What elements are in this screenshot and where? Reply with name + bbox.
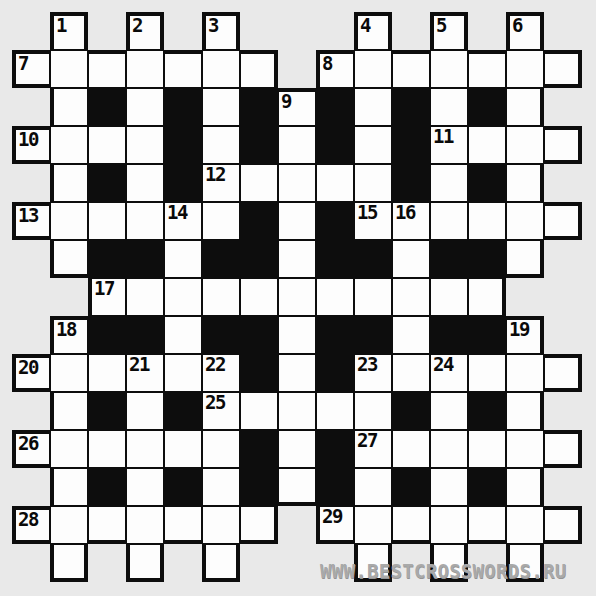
cell-r10-c1[interactable] — [50, 392, 88, 430]
cell-r11-c13[interactable] — [506, 430, 544, 468]
cell-r8-c1[interactable]: 18 — [50, 316, 88, 354]
cell-r11-c5[interactable] — [202, 430, 240, 468]
cell-r2-c10-black — [392, 88, 430, 126]
cell-r1-c0[interactable]: 7 — [12, 50, 50, 88]
cell-r13-c8[interactable]: 29 — [316, 506, 354, 544]
cell-r5-c6-black — [240, 202, 278, 240]
cell-r11-c9[interactable]: 27 — [354, 430, 392, 468]
cell-r11-c8-black — [316, 430, 354, 468]
cell-r1-c13[interactable] — [506, 50, 544, 88]
cell-r2-c9[interactable] — [354, 88, 392, 126]
cell-r9-c9[interactable]: 23 — [354, 354, 392, 392]
cell-r9-c4[interactable] — [164, 354, 202, 392]
cell-r5-c4[interactable]: 14 — [164, 202, 202, 240]
cell-r10-c6[interactable] — [240, 392, 278, 430]
cell-r5-c14[interactable] — [544, 202, 582, 240]
cell-r13-c10[interactable] — [392, 506, 430, 544]
cell-r4-c5[interactable]: 12 — [202, 164, 240, 202]
cell-r6-c3-black — [126, 240, 164, 278]
cell-r12-c11[interactable] — [430, 468, 468, 506]
cell-r0-c1[interactable]: 1 — [50, 12, 88, 50]
cell-r5-c8-black — [316, 202, 354, 240]
cell-r10-c9[interactable] — [354, 392, 392, 430]
cell-r13-c11[interactable] — [430, 506, 468, 544]
cell-r6-c5-black — [202, 240, 240, 278]
cell-r2-c6-black — [240, 88, 278, 126]
cell-r13-c1[interactable] — [50, 506, 88, 544]
cell-r3-c12[interactable] — [468, 126, 506, 164]
cell-r7-c2[interactable]: 17 — [88, 278, 126, 316]
cell-r12-c5[interactable] — [202, 468, 240, 506]
cell-r10-c4-black — [164, 392, 202, 430]
clue-number-19: 19 — [509, 321, 529, 338]
cell-r13-c3[interactable] — [126, 506, 164, 544]
cell-r3-c0[interactable]: 10 — [12, 126, 50, 164]
cell-r13-c4[interactable] — [164, 506, 202, 544]
cell-r10-c13[interactable] — [506, 392, 544, 430]
cell-r10-c3[interactable] — [126, 392, 164, 430]
cell-r11-c0[interactable]: 26 — [12, 430, 50, 468]
cell-r5-c7[interactable] — [278, 202, 316, 240]
cell-r12-c4-black — [164, 468, 202, 506]
cell-r5-c13[interactable] — [506, 202, 544, 240]
cell-r10-c2-black — [88, 392, 126, 430]
cell-r4-c11[interactable] — [430, 164, 468, 202]
cell-r5-c0[interactable]: 13 — [12, 202, 50, 240]
cell-r11-c6-black — [240, 430, 278, 468]
cell-r12-c12-black — [468, 468, 506, 506]
cell-r10-c10-black — [392, 392, 430, 430]
watermark: WWW.BESTCROSSWORDS.RU — [320, 560, 567, 582]
cell-r4-c9[interactable] — [354, 164, 392, 202]
cell-r2-c2-black — [88, 88, 126, 126]
cell-r9-c13[interactable] — [506, 354, 544, 392]
cell-r9-c2[interactable] — [88, 354, 126, 392]
cell-r2-c8-black — [316, 88, 354, 126]
cell-r1-c14[interactable] — [544, 50, 582, 88]
clue-number-26: 26 — [18, 435, 38, 452]
cell-r13-c9[interactable] — [354, 506, 392, 544]
cell-r10-c7[interactable] — [278, 392, 316, 430]
cell-r4-c7[interactable] — [278, 164, 316, 202]
cell-r3-c5[interactable] — [202, 126, 240, 164]
clue-number-21: 21 — [129, 356, 149, 373]
cell-r0-c11[interactable]: 5 — [430, 12, 468, 50]
clue-number-1: 1 — [56, 17, 66, 34]
cell-r7-c4[interactable] — [164, 278, 202, 316]
clue-number-18: 18 — [56, 321, 76, 338]
cell-r2-c5[interactable] — [202, 88, 240, 126]
crossword-screenshot: 1234567891011121314151617181920212223242… — [0, 0, 596, 596]
cell-r9-c11[interactable]: 24 — [430, 354, 468, 392]
cell-r1-c12[interactable] — [468, 50, 506, 88]
cell-r0-c3[interactable]: 2 — [126, 12, 164, 50]
cell-r1-c5[interactable] — [202, 50, 240, 88]
clue-number-17: 17 — [94, 280, 114, 297]
cell-r12-c2-black — [88, 468, 126, 506]
cell-r11-c4[interactable] — [164, 430, 202, 468]
cell-r6-c13[interactable] — [506, 240, 544, 278]
cell-r4-c6[interactable] — [240, 164, 278, 202]
cell-r7-c12[interactable] — [468, 278, 506, 316]
cell-r14-c5[interactable] — [202, 544, 240, 582]
cell-r8-c3-black — [126, 316, 164, 354]
cell-r9-c8-black — [316, 354, 354, 392]
cell-r4-c12-black — [468, 164, 506, 202]
clue-number-28: 28 — [18, 511, 38, 528]
clue-number-20: 20 — [18, 359, 38, 376]
cell-r9-c6-black — [240, 354, 278, 392]
cell-r11-c12[interactable] — [468, 430, 506, 468]
cell-r8-c5-black — [202, 316, 240, 354]
cell-r10-c11[interactable] — [430, 392, 468, 430]
cell-r11-c10[interactable] — [392, 430, 430, 468]
cell-r13-c12[interactable] — [468, 506, 506, 544]
cell-r2-c7[interactable]: 9 — [278, 88, 316, 126]
cell-r9-c3[interactable]: 21 — [126, 354, 164, 392]
cell-r8-c9-black — [354, 316, 392, 354]
cell-r6-c7[interactable] — [278, 240, 316, 278]
clue-number-29: 29 — [322, 508, 342, 525]
cell-r0-c13[interactable]: 6 — [506, 12, 544, 50]
cell-r3-c7[interactable] — [278, 126, 316, 164]
cell-r8-c10[interactable] — [392, 316, 430, 354]
cell-r3-c1[interactable] — [50, 126, 88, 164]
clue-number-25: 25 — [205, 394, 225, 411]
cell-r13-c14[interactable] — [544, 506, 582, 544]
cell-r4-c10-black — [392, 164, 430, 202]
cell-r12-c1[interactable] — [50, 468, 88, 506]
cell-r8-c4[interactable] — [164, 316, 202, 354]
cell-r1-c2[interactable] — [88, 50, 126, 88]
clue-number-13: 13 — [18, 207, 38, 224]
clue-number-2: 2 — [132, 17, 142, 34]
cell-r1-c9[interactable] — [354, 50, 392, 88]
cell-r7-c3[interactable] — [126, 278, 164, 316]
cell-r12-c6-black — [240, 468, 278, 506]
cell-r9-c14[interactable] — [544, 354, 582, 392]
cell-r13-c5[interactable] — [202, 506, 240, 544]
clue-number-16: 16 — [395, 204, 415, 221]
cell-r5-c2[interactable] — [88, 202, 126, 240]
cell-r5-c11[interactable] — [430, 202, 468, 240]
cell-r3-c9[interactable] — [354, 126, 392, 164]
clue-number-15: 15 — [357, 204, 377, 221]
cell-r8-c12-black — [468, 316, 506, 354]
cell-r1-c11[interactable] — [430, 50, 468, 88]
cell-r10-c8[interactable] — [316, 392, 354, 430]
cell-r4-c1[interactable] — [50, 164, 88, 202]
clue-number-14: 14 — [167, 204, 187, 221]
cell-r7-c8[interactable] — [316, 278, 354, 316]
cell-r14-c3[interactable] — [126, 544, 164, 582]
clue-number-23: 23 — [357, 356, 377, 373]
cell-r7-c10[interactable] — [392, 278, 430, 316]
cell-r12-c9[interactable] — [354, 468, 392, 506]
cell-r9-c5[interactable]: 22 — [202, 354, 240, 392]
cell-r9-c10[interactable] — [392, 354, 430, 392]
cell-r7-c5[interactable] — [202, 278, 240, 316]
cell-r12-c3[interactable] — [126, 468, 164, 506]
cell-r3-c3[interactable] — [126, 126, 164, 164]
cell-r6-c10[interactable] — [392, 240, 430, 278]
cell-r7-c6[interactable] — [240, 278, 278, 316]
cell-r8-c2-black — [88, 316, 126, 354]
cell-r13-c13[interactable] — [506, 506, 544, 544]
cell-r3-c8-black — [316, 126, 354, 164]
cell-r2-c12-black — [468, 88, 506, 126]
cell-r8-c13[interactable]: 19 — [506, 316, 544, 354]
cell-r6-c1[interactable] — [50, 240, 88, 278]
cell-r9-c7[interactable] — [278, 354, 316, 392]
clue-number-4: 4 — [360, 17, 370, 34]
cell-r5-c3[interactable] — [126, 202, 164, 240]
crossword-grid: 1234567891011121314151617181920212223242… — [0, 0, 596, 596]
cell-r4-c3[interactable] — [126, 164, 164, 202]
cell-r3-c10-black — [392, 126, 430, 164]
cell-r10-c5[interactable]: 25 — [202, 392, 240, 430]
cell-r7-c9[interactable] — [354, 278, 392, 316]
clue-number-7: 7 — [18, 55, 28, 72]
cell-r2-c13[interactable] — [506, 88, 544, 126]
clue-number-11: 11 — [433, 128, 453, 145]
cell-r3-c14[interactable] — [544, 126, 582, 164]
clue-number-22: 22 — [205, 356, 225, 373]
cell-r9-c12[interactable] — [468, 354, 506, 392]
cell-r3-c11[interactable]: 11 — [430, 126, 468, 164]
cell-r1-c6[interactable] — [240, 50, 278, 88]
cell-r11-c2[interactable] — [88, 430, 126, 468]
cell-r12-c8-black — [316, 468, 354, 506]
cell-r14-c1[interactable] — [50, 544, 88, 582]
cell-r1-c8[interactable]: 8 — [316, 50, 354, 88]
cell-r9-c0[interactable]: 20 — [12, 354, 50, 392]
cell-r2-c4-black — [164, 88, 202, 126]
cell-r8-c6-black — [240, 316, 278, 354]
clue-number-3: 3 — [208, 17, 218, 34]
cell-r4-c13[interactable] — [506, 164, 544, 202]
cell-r8-c8-black — [316, 316, 354, 354]
cell-r1-c3[interactable] — [126, 50, 164, 88]
cell-r4-c4-black — [164, 164, 202, 202]
cell-r7-c11[interactable] — [430, 278, 468, 316]
cell-r5-c1[interactable] — [50, 202, 88, 240]
cell-r1-c4[interactable] — [164, 50, 202, 88]
cell-r3-c6-black — [240, 126, 278, 164]
clue-number-9: 9 — [281, 93, 291, 110]
cell-r6-c6-black — [240, 240, 278, 278]
cell-r6-c11-black — [430, 240, 468, 278]
clue-number-10: 10 — [18, 131, 38, 148]
cell-r6-c8-black — [316, 240, 354, 278]
cell-r9-c1[interactable] — [50, 354, 88, 392]
cell-r13-c0[interactable]: 28 — [12, 506, 50, 544]
cell-r8-c7[interactable] — [278, 316, 316, 354]
cell-r11-c3[interactable] — [126, 430, 164, 468]
clue-number-8: 8 — [322, 55, 332, 72]
cell-r2-c11[interactable] — [430, 88, 468, 126]
cell-r2-c3[interactable] — [126, 88, 164, 126]
cell-r8-c11-black — [430, 316, 468, 354]
cell-r7-c7[interactable] — [278, 278, 316, 316]
cell-r13-c6[interactable] — [240, 506, 278, 544]
cell-r1-c1[interactable] — [50, 50, 88, 88]
cell-r6-c12-black — [468, 240, 506, 278]
cell-r11-c7[interactable] — [278, 430, 316, 468]
cell-r12-c13[interactable] — [506, 468, 544, 506]
cell-r10-c12-black — [468, 392, 506, 430]
cell-r12-c10-black — [392, 468, 430, 506]
clue-number-24: 24 — [433, 356, 453, 373]
cell-r5-c12[interactable] — [468, 202, 506, 240]
cell-r5-c5[interactable] — [202, 202, 240, 240]
clue-number-27: 27 — [357, 432, 377, 449]
cell-r11-c11[interactable] — [430, 430, 468, 468]
cell-r3-c4-black — [164, 126, 202, 164]
cell-r6-c2-black — [88, 240, 126, 278]
cell-r6-c4[interactable] — [164, 240, 202, 278]
cell-r6-c9-black — [354, 240, 392, 278]
cell-r1-c10[interactable] — [392, 50, 430, 88]
cell-r11-c14[interactable] — [544, 430, 582, 468]
cell-r0-c5[interactable]: 3 — [202, 12, 240, 50]
cell-r12-c7[interactable] — [278, 468, 316, 506]
cell-r2-c1[interactable] — [50, 88, 88, 126]
clue-number-6: 6 — [512, 17, 522, 34]
clue-number-12: 12 — [205, 166, 225, 183]
cell-r0-c9[interactable]: 4 — [354, 12, 392, 50]
clue-number-5: 5 — [436, 17, 446, 34]
cell-r5-c9[interactable]: 15 — [354, 202, 392, 240]
cell-r4-c8[interactable] — [316, 164, 354, 202]
cell-r11-c1[interactable] — [50, 430, 88, 468]
cell-r5-c10[interactable]: 16 — [392, 202, 430, 240]
cell-r3-c13[interactable] — [506, 126, 544, 164]
cell-r3-c2[interactable] — [88, 126, 126, 164]
cell-r4-c2-black — [88, 164, 126, 202]
cell-r13-c2[interactable] — [88, 506, 126, 544]
